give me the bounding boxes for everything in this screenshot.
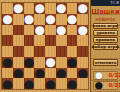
square-a3[interactable]: ● <box>2 57 13 68</box>
square-h5 <box>77 35 88 46</box>
sidebar: ТС-В Шашки новичок новая игра уровень пр… <box>90 0 120 92</box>
square-f5 <box>56 35 67 46</box>
square-e2 <box>45 68 56 79</box>
square-g1[interactable]: ● <box>67 78 78 89</box>
square-b8[interactable]: ● <box>13 3 24 14</box>
square-e7[interactable]: ● <box>45 14 56 25</box>
square-d3 <box>34 57 45 68</box>
square-d4[interactable] <box>34 46 45 57</box>
square-f7 <box>56 14 67 25</box>
black-piece[interactable]: ● <box>67 78 77 89</box>
square-c8 <box>24 3 35 14</box>
black-piece[interactable]: ● <box>77 68 87 79</box>
square-g4 <box>67 46 78 57</box>
white-counter-value: 0/12 <box>108 73 120 78</box>
board-frame: ●●●●●●●●●●●●●●●●●●●●●●● <box>0 0 90 92</box>
square-b4[interactable] <box>13 46 24 57</box>
square-g2 <box>67 68 78 79</box>
square-h2[interactable]: ● <box>77 68 88 79</box>
white-piece[interactable]: ● <box>56 25 66 36</box>
square-c2 <box>24 68 35 79</box>
square-g6 <box>67 25 78 36</box>
black-piece[interactable]: ● <box>45 78 55 89</box>
titlebar-text: ТС-В <box>111 1 119 5</box>
square-f6[interactable]: ● <box>56 25 67 36</box>
black-counter-value: 0/11 <box>108 83 120 88</box>
rules-button[interactable]: правила <box>93 37 118 43</box>
square-a2 <box>2 68 13 79</box>
white-piece[interactable]: ● <box>77 3 87 14</box>
white-piece[interactable]: ● <box>2 14 12 25</box>
black-checker-icon: ● <box>95 81 103 90</box>
square-a6 <box>2 25 13 36</box>
square-h8[interactable]: ● <box>77 3 88 14</box>
square-e1[interactable]: ● <box>45 78 56 89</box>
game-title: Шашки <box>91 6 120 16</box>
spacer <box>91 90 120 92</box>
spacer <box>91 50 120 58</box>
difficulty-label: новичок <box>91 16 120 22</box>
square-g7[interactable]: ● <box>67 14 78 25</box>
square-f3 <box>56 57 67 68</box>
square-h4[interactable] <box>77 46 88 57</box>
square-f8[interactable]: ● <box>56 3 67 14</box>
white-piece[interactable]: ● <box>45 57 55 68</box>
square-g5[interactable] <box>67 35 78 46</box>
square-a4 <box>2 46 13 57</box>
white-captured-counter: ● 0/12 <box>93 71 118 80</box>
square-g3[interactable]: ● <box>67 57 78 68</box>
square-f4[interactable] <box>56 46 67 57</box>
square-h1 <box>77 78 88 89</box>
square-g8 <box>67 3 78 14</box>
square-e8 <box>45 3 56 14</box>
square-a7[interactable]: ● <box>2 14 13 25</box>
black-piece[interactable]: ● <box>13 68 23 79</box>
square-c7[interactable]: ● <box>24 14 35 25</box>
square-e6 <box>45 25 56 36</box>
black-piece[interactable]: ● <box>56 68 66 79</box>
undo-button[interactable]: отменить <box>93 59 118 66</box>
square-d6[interactable]: ● <box>34 25 45 36</box>
square-c4 <box>24 46 35 57</box>
square-a8 <box>2 3 13 14</box>
square-b5 <box>13 35 24 46</box>
black-piece[interactable]: ● <box>24 57 34 68</box>
white-piece[interactable]: ● <box>34 25 44 36</box>
black-piece[interactable]: ● <box>2 57 12 68</box>
black-piece[interactable]: ● <box>24 78 34 89</box>
white-piece[interactable]: ● <box>67 14 77 25</box>
white-piece[interactable]: ● <box>13 3 23 14</box>
square-h6[interactable]: ● <box>77 25 88 36</box>
square-c6 <box>24 25 35 36</box>
square-d2[interactable]: ● <box>34 68 45 79</box>
square-b1 <box>13 78 24 89</box>
square-b3 <box>13 57 24 68</box>
square-d8[interactable]: ● <box>34 3 45 14</box>
square-e4 <box>45 46 56 57</box>
square-f1 <box>56 78 67 89</box>
white-piece[interactable]: ● <box>56 3 66 14</box>
square-a1[interactable]: ● <box>2 78 13 89</box>
square-e3[interactable]: ● <box>45 57 56 68</box>
square-d7 <box>34 14 45 25</box>
white-piece[interactable]: ● <box>34 3 44 14</box>
black-captured-counter: ● 0/11 <box>93 81 118 90</box>
square-c3[interactable]: ● <box>24 57 35 68</box>
black-piece[interactable]: ● <box>67 57 77 68</box>
square-a5[interactable] <box>2 35 13 46</box>
checkers-app: ●●●●●●●●●●●●●●●●●●●●●●● ТС-В Шашки нович… <box>0 0 120 92</box>
white-piece[interactable]: ● <box>77 25 87 36</box>
black-piece[interactable]: ● <box>34 68 44 79</box>
square-e5[interactable] <box>45 35 56 46</box>
black-piece[interactable]: ● <box>2 78 12 89</box>
square-b2[interactable]: ● <box>13 68 24 79</box>
square-h7 <box>77 14 88 25</box>
square-b6[interactable] <box>13 25 24 36</box>
square-c1[interactable]: ● <box>24 78 35 89</box>
new-game-button[interactable]: новая игра <box>93 23 118 29</box>
level-button[interactable]: уровень <box>93 30 118 36</box>
square-d5 <box>34 35 45 46</box>
white-checker-icon: ● <box>95 71 103 80</box>
square-c5[interactable] <box>24 35 35 46</box>
square-b7 <box>13 14 24 25</box>
white-piece[interactable]: ● <box>24 14 34 25</box>
square-h3 <box>77 57 88 68</box>
square-f2[interactable]: ● <box>56 68 67 79</box>
white-piece[interactable]: ● <box>45 14 55 25</box>
board: ●●●●●●●●●●●●●●●●●●●●●●● <box>2 3 88 89</box>
square-d1 <box>34 78 45 89</box>
